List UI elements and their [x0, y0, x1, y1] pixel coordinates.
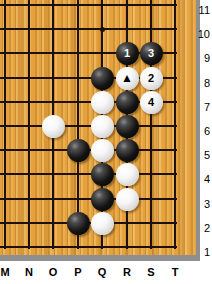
star-point-Q10: [100, 27, 105, 32]
stone-black-R5[interactable]: [116, 139, 139, 162]
grid-line-col-S: [150, 0, 152, 249]
stone-black-R9[interactable]: 1: [116, 42, 139, 65]
row-label-11: 11: [197, 3, 210, 17]
move-number: 3: [140, 42, 163, 65]
row-label-10: 10: [197, 27, 210, 41]
row-label-6: 6: [197, 124, 210, 138]
move-number: 4: [140, 91, 163, 114]
move-number: 2: [140, 67, 163, 90]
move-number: 1: [116, 42, 139, 65]
column-label-T: T: [166, 265, 184, 279]
stone-black-R6[interactable]: [116, 115, 139, 138]
stone-white-R8[interactable]: ▲: [116, 67, 139, 90]
go-diagram: 13▲24 MNOPQRST 1110987654321: [0, 0, 212, 284]
stone-white-Q5[interactable]: [91, 139, 114, 162]
row-label-1: 1: [197, 245, 210, 259]
stone-black-S9[interactable]: 3: [140, 42, 163, 65]
column-label-M: M: [0, 265, 14, 279]
row-label-3: 3: [197, 197, 210, 211]
stone-black-Q3[interactable]: [91, 188, 114, 211]
row-label-7: 7: [197, 100, 210, 114]
grid-line-col-N: [28, 0, 30, 249]
stone-white-S7[interactable]: 4: [140, 91, 163, 114]
column-label-S: S: [142, 265, 160, 279]
board-edge-shadow-bottom: [0, 255, 200, 261]
column-label-P: P: [69, 265, 87, 279]
grid-line-col-M: [4, 0, 6, 249]
stone-white-R3[interactable]: [116, 188, 139, 211]
stone-black-Q8[interactable]: [91, 67, 114, 90]
row-label-9: 9: [197, 51, 210, 65]
column-label-R: R: [118, 265, 136, 279]
column-label-N: N: [20, 265, 38, 279]
go-board[interactable]: 13▲24: [0, 0, 196, 255]
row-label-4: 4: [197, 172, 210, 186]
column-label-O: O: [44, 265, 62, 279]
stone-black-Q4[interactable]: [91, 163, 114, 186]
grid-line-col-T: [174, 0, 176, 249]
stone-white-S8[interactable]: 2: [140, 67, 163, 90]
stone-black-P2[interactable]: [67, 212, 90, 235]
row-label-8: 8: [197, 76, 210, 90]
row-label-5: 5: [197, 148, 210, 162]
stone-black-R7[interactable]: [116, 91, 139, 114]
stone-white-Q7[interactable]: [91, 91, 114, 114]
column-label-Q: Q: [93, 265, 111, 279]
stone-white-Q2[interactable]: [91, 212, 114, 235]
stone-black-P5[interactable]: [67, 139, 90, 162]
stone-white-O6[interactable]: [42, 115, 65, 138]
row-label-2: 2: [197, 221, 210, 235]
stone-white-Q6[interactable]: [91, 115, 114, 138]
stone-white-R4[interactable]: [116, 163, 139, 186]
triangle-mark-icon: ▲: [116, 67, 139, 90]
